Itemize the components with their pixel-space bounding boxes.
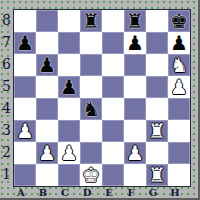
square-d5[interactable] (80, 76, 102, 98)
square-b7[interactable] (36, 32, 58, 54)
square-g2[interactable] (146, 142, 168, 164)
square-h7[interactable]: ♟ (168, 32, 190, 54)
square-h2[interactable] (168, 142, 190, 164)
square-d3[interactable] (80, 120, 102, 142)
square-g7[interactable] (146, 32, 168, 54)
square-h4[interactable] (168, 98, 190, 120)
piece-black-pawn[interactable]: ♟ (170, 32, 188, 54)
chess-board: ♜♜♚♟♟♟♟♞♟♟♞♟♜♟♟♟♚♜ (13, 9, 191, 187)
square-d1[interactable]: ♚ (80, 164, 102, 186)
square-c8[interactable] (58, 10, 80, 32)
piece-white-pawn[interactable]: ♟ (126, 142, 144, 164)
piece-white-king[interactable]: ♚ (82, 164, 100, 186)
square-h1[interactable] (168, 164, 190, 186)
square-a6[interactable] (14, 54, 36, 76)
square-g8[interactable] (146, 10, 168, 32)
square-c4[interactable] (58, 98, 80, 120)
rank-label-2: 2 (0, 141, 11, 163)
square-f7[interactable]: ♟ (124, 32, 146, 54)
rank-label-5: 5 (0, 75, 11, 97)
piece-white-rook[interactable]: ♜ (148, 164, 166, 186)
square-e3[interactable] (102, 120, 124, 142)
piece-white-pawn[interactable]: ♟ (170, 76, 188, 98)
square-d6[interactable] (80, 54, 102, 76)
square-b3[interactable] (36, 120, 58, 142)
square-f5[interactable] (124, 76, 146, 98)
square-b8[interactable] (36, 10, 58, 32)
square-a1[interactable] (14, 164, 36, 186)
square-f4[interactable] (124, 98, 146, 120)
square-g3[interactable]: ♜ (146, 120, 168, 142)
square-d7[interactable] (80, 32, 102, 54)
square-a4[interactable] (14, 98, 36, 120)
square-g4[interactable] (146, 98, 168, 120)
square-e6[interactable] (102, 54, 124, 76)
piece-white-pawn[interactable]: ♟ (38, 142, 56, 164)
square-a2[interactable] (14, 142, 36, 164)
square-f3[interactable] (124, 120, 146, 142)
piece-black-pawn[interactable]: ♟ (126, 32, 144, 54)
rank-label-6: 6 (0, 53, 11, 75)
square-a8[interactable] (14, 10, 36, 32)
square-f2[interactable]: ♟ (124, 142, 146, 164)
square-e1[interactable] (102, 164, 124, 186)
square-h8[interactable]: ♚ (168, 10, 190, 32)
board-frame: ♜♜♚♟♟♟♟♞♟♟♞♟♜♟♟♟♚♜ 87654321 ABCDEFGH (0, 0, 200, 200)
square-d4[interactable]: ♞ (80, 98, 102, 120)
file-label-c: C (54, 187, 76, 199)
piece-black-rook[interactable]: ♜ (82, 10, 100, 32)
square-g6[interactable] (146, 54, 168, 76)
file-label-b: B (32, 187, 54, 199)
square-d8[interactable]: ♜ (80, 10, 102, 32)
rank-label-1: 1 (0, 163, 11, 185)
square-e5[interactable] (102, 76, 124, 98)
square-b5[interactable] (36, 76, 58, 98)
square-a7[interactable]: ♟ (14, 32, 36, 54)
piece-white-knight[interactable]: ♞ (170, 54, 188, 76)
square-h6[interactable]: ♞ (168, 54, 190, 76)
square-b6[interactable]: ♟ (36, 54, 58, 76)
rank-label-7: 7 (0, 31, 11, 53)
square-b4[interactable] (36, 98, 58, 120)
square-a5[interactable] (14, 76, 36, 98)
piece-black-knight[interactable]: ♞ (82, 98, 100, 120)
square-g1[interactable]: ♜ (146, 164, 168, 186)
rank-label-4: 4 (0, 97, 11, 119)
file-label-f: F (120, 187, 142, 199)
piece-black-rook[interactable]: ♜ (126, 10, 144, 32)
square-e2[interactable] (102, 142, 124, 164)
square-c2[interactable]: ♟ (58, 142, 80, 164)
square-f8[interactable]: ♜ (124, 10, 146, 32)
square-b1[interactable] (36, 164, 58, 186)
piece-white-pawn[interactable]: ♟ (16, 120, 34, 142)
piece-black-pawn[interactable]: ♟ (16, 32, 34, 54)
piece-black-pawn[interactable]: ♟ (60, 76, 78, 98)
piece-black-pawn[interactable]: ♟ (38, 54, 56, 76)
square-c3[interactable] (58, 120, 80, 142)
piece-black-king[interactable]: ♚ (170, 10, 188, 32)
square-e7[interactable] (102, 32, 124, 54)
square-c5[interactable]: ♟ (58, 76, 80, 98)
square-g5[interactable] (146, 76, 168, 98)
rank-label-3: 3 (0, 119, 11, 141)
square-h3[interactable] (168, 120, 190, 142)
square-d2[interactable] (80, 142, 102, 164)
file-label-g: G (142, 187, 164, 199)
file-label-h: H (164, 187, 186, 199)
piece-white-pawn[interactable]: ♟ (60, 142, 78, 164)
square-c1[interactable] (58, 164, 80, 186)
square-c6[interactable] (58, 54, 80, 76)
square-c7[interactable] (58, 32, 80, 54)
file-label-d: D (76, 187, 98, 199)
rank-label-8: 8 (0, 9, 11, 31)
square-f6[interactable] (124, 54, 146, 76)
square-f1[interactable] (124, 164, 146, 186)
square-a3[interactable]: ♟ (14, 120, 36, 142)
square-e4[interactable] (102, 98, 124, 120)
piece-white-rook[interactable]: ♜ (148, 120, 166, 142)
square-h5[interactable]: ♟ (168, 76, 190, 98)
square-e8[interactable] (102, 10, 124, 32)
file-label-e: E (98, 187, 120, 199)
file-label-a: A (10, 187, 32, 199)
square-b2[interactable]: ♟ (36, 142, 58, 164)
